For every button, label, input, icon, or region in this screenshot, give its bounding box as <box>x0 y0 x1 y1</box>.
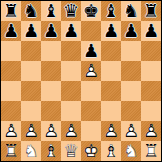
white-pawn: ♟︎♙ <box>141 121 161 141</box>
piece-outline-layer: ♘ <box>21 141 41 161</box>
square-b5[interactable] <box>21 61 41 81</box>
chess-board-grid: ♜︎♞︎♝︎♛︎♚︎♝︎♞︎♜︎♟︎♟︎♟︎♟︎♟︎♟︎♟︎♟︎♟︎♙♟︎♙♟︎… <box>1 1 161 161</box>
square-g7[interactable]: ♟︎ <box>121 21 141 41</box>
square-h5[interactable] <box>141 61 161 81</box>
square-b6[interactable] <box>21 41 41 61</box>
piece-outline-layer: ♙ <box>61 121 81 141</box>
square-e8[interactable]: ♚︎ <box>81 1 101 21</box>
square-e5[interactable]: ♟︎♙ <box>81 61 101 81</box>
square-c3[interactable] <box>41 101 61 121</box>
piece-outline-layer: ♙ <box>1 121 21 141</box>
square-f2[interactable]: ♟︎♙ <box>101 121 121 141</box>
square-d5[interactable] <box>61 61 81 81</box>
white-knight: ♞︎♘ <box>121 141 141 161</box>
white-pawn: ♟︎♙ <box>1 121 21 141</box>
square-b4[interactable] <box>21 81 41 101</box>
black-pawn: ♟︎ <box>41 21 61 41</box>
square-d1[interactable]: ♛︎♕ <box>61 141 81 161</box>
square-c2[interactable]: ♟︎♙ <box>41 121 61 141</box>
black-rook: ♜︎ <box>141 1 161 21</box>
square-g8[interactable]: ♞︎ <box>121 1 141 21</box>
piece-outline-layer: ♗ <box>101 141 121 161</box>
square-a2[interactable]: ♟︎♙ <box>1 121 21 141</box>
black-pawn: ♟︎ <box>81 41 101 61</box>
black-pawn: ♟︎ <box>61 21 81 41</box>
square-b2[interactable]: ♟︎♙ <box>21 121 41 141</box>
black-king: ♚︎ <box>81 1 101 21</box>
black-pawn: ♟︎ <box>141 21 161 41</box>
square-e4[interactable] <box>81 81 101 101</box>
black-rook: ♜︎ <box>1 1 21 21</box>
square-b7[interactable]: ♟︎ <box>21 21 41 41</box>
square-d7[interactable]: ♟︎ <box>61 21 81 41</box>
white-pawn: ♟︎♙ <box>121 121 141 141</box>
square-b8[interactable]: ♞︎ <box>21 1 41 21</box>
square-f5[interactable] <box>101 61 121 81</box>
square-g4[interactable] <box>121 81 141 101</box>
piece-outline-layer: ♖ <box>1 141 21 161</box>
square-f7[interactable]: ♟︎ <box>101 21 121 41</box>
square-d6[interactable] <box>61 41 81 61</box>
square-c7[interactable]: ♟︎ <box>41 21 61 41</box>
piece-outline-layer: ♙ <box>81 61 101 81</box>
square-a5[interactable] <box>1 61 21 81</box>
white-pawn: ♟︎♙ <box>61 121 81 141</box>
black-knight: ♞︎ <box>21 1 41 21</box>
square-a4[interactable] <box>1 81 21 101</box>
square-a7[interactable]: ♟︎ <box>1 21 21 41</box>
square-h8[interactable]: ♜︎ <box>141 1 161 21</box>
square-h6[interactable] <box>141 41 161 61</box>
piece-outline-layer: ♘ <box>121 141 141 161</box>
black-pawn: ♟︎ <box>101 21 121 41</box>
square-g5[interactable] <box>121 61 141 81</box>
piece-outline-layer: ♖ <box>141 141 161 161</box>
piece-outline-layer: ♔ <box>81 141 101 161</box>
piece-outline-layer: ♕ <box>61 141 81 161</box>
square-e7[interactable] <box>81 21 101 41</box>
square-d8[interactable]: ♛︎ <box>61 1 81 21</box>
square-c1[interactable]: ♝︎♗ <box>41 141 61 161</box>
black-pawn: ♟︎ <box>21 21 41 41</box>
square-h4[interactable] <box>141 81 161 101</box>
square-a1[interactable]: ♜︎♖ <box>1 141 21 161</box>
square-g3[interactable] <box>121 101 141 121</box>
white-pawn: ♟︎♙ <box>81 61 101 81</box>
square-h2[interactable]: ♟︎♙ <box>141 121 161 141</box>
chess-board: ♜︎♞︎♝︎♛︎♚︎♝︎♞︎♜︎♟︎♟︎♟︎♟︎♟︎♟︎♟︎♟︎♟︎♙♟︎♙♟︎… <box>0 0 162 162</box>
square-f4[interactable] <box>101 81 121 101</box>
square-g6[interactable] <box>121 41 141 61</box>
square-c6[interactable] <box>41 41 61 61</box>
piece-outline-layer: ♙ <box>121 121 141 141</box>
black-bishop: ♝︎ <box>101 1 121 21</box>
square-e1[interactable]: ♚︎♔ <box>81 141 101 161</box>
square-a3[interactable] <box>1 101 21 121</box>
black-knight: ♞︎ <box>121 1 141 21</box>
square-e2[interactable] <box>81 121 101 141</box>
piece-outline-layer: ♗ <box>41 141 61 161</box>
white-bishop: ♝︎♗ <box>41 141 61 161</box>
square-g2[interactable]: ♟︎♙ <box>121 121 141 141</box>
piece-outline-layer: ♙ <box>101 121 121 141</box>
white-queen: ♛︎♕ <box>61 141 81 161</box>
black-queen: ♛︎ <box>61 1 81 21</box>
square-f3[interactable] <box>101 101 121 121</box>
piece-outline-layer: ♙ <box>141 121 161 141</box>
white-rook: ♜︎♖ <box>141 141 161 161</box>
square-d4[interactable] <box>61 81 81 101</box>
square-d2[interactable]: ♟︎♙ <box>61 121 81 141</box>
black-pawn: ♟︎ <box>1 21 21 41</box>
white-king: ♚︎♔ <box>81 141 101 161</box>
square-a6[interactable] <box>1 41 21 61</box>
square-d3[interactable] <box>61 101 81 121</box>
black-pawn: ♟︎ <box>121 21 141 41</box>
square-c5[interactable] <box>41 61 61 81</box>
square-g1[interactable]: ♞︎♘ <box>121 141 141 161</box>
square-f1[interactable]: ♝︎♗ <box>101 141 121 161</box>
square-e3[interactable] <box>81 101 101 121</box>
square-a8[interactable]: ♜︎ <box>1 1 21 21</box>
square-b1[interactable]: ♞︎♘ <box>21 141 41 161</box>
square-c8[interactable]: ♝︎ <box>41 1 61 21</box>
white-pawn: ♟︎♙ <box>41 121 61 141</box>
piece-outline-layer: ♙ <box>41 121 61 141</box>
white-pawn: ♟︎♙ <box>21 121 41 141</box>
square-h3[interactable] <box>141 101 161 121</box>
square-b3[interactable] <box>21 101 41 121</box>
square-f8[interactable]: ♝︎ <box>101 1 121 21</box>
square-c4[interactable] <box>41 81 61 101</box>
square-h7[interactable]: ♟︎ <box>141 21 161 41</box>
black-bishop: ♝︎ <box>41 1 61 21</box>
white-knight: ♞︎♘ <box>21 141 41 161</box>
white-rook: ♜︎♖ <box>1 141 21 161</box>
square-f6[interactable] <box>101 41 121 61</box>
piece-outline-layer: ♙ <box>21 121 41 141</box>
square-e6[interactable]: ♟︎ <box>81 41 101 61</box>
white-bishop: ♝︎♗ <box>101 141 121 161</box>
square-h1[interactable]: ♜︎♖ <box>141 141 161 161</box>
white-pawn: ♟︎♙ <box>101 121 121 141</box>
